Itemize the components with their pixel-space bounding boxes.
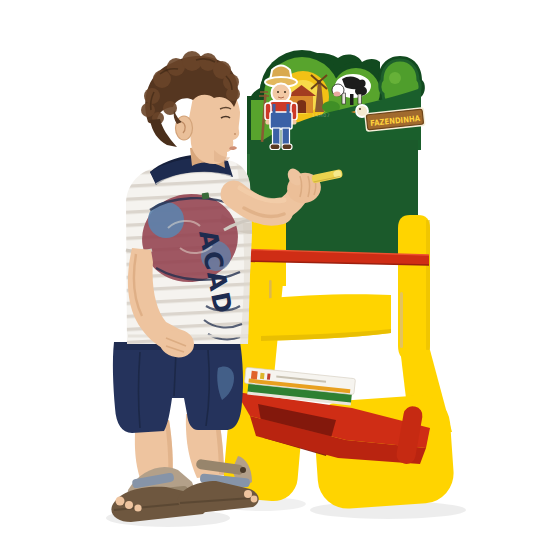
product-photo: 15M07 xyxy=(0,0,560,560)
shirt-logo xyxy=(202,192,210,199)
easel-header: 15M07 xyxy=(247,50,426,154)
right-upright-slot xyxy=(400,292,403,348)
easel: 15M07 xyxy=(222,50,456,511)
scene: 15M07 xyxy=(0,0,560,560)
crossbar xyxy=(261,294,391,341)
board-watermark: 15M07 xyxy=(312,113,330,118)
right-upright-shade xyxy=(426,220,430,358)
child-head xyxy=(141,51,240,164)
